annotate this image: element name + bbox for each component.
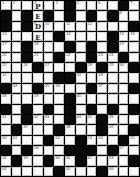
clue-number: 18 xyxy=(34,42,38,46)
white-cell[interactable]: 38 xyxy=(1,94,11,103)
white-cell[interactable] xyxy=(119,73,129,82)
black-cell xyxy=(87,11,97,20)
clue-number: 64 xyxy=(2,167,6,171)
black-cell xyxy=(97,63,107,72)
clue-number: 41 xyxy=(2,115,6,119)
clue-number: 32 xyxy=(77,73,81,77)
white-cell[interactable]: 42 xyxy=(33,115,43,124)
white-cell[interactable]: 17 xyxy=(1,42,11,51)
white-cell[interactable] xyxy=(97,11,107,20)
black-cell xyxy=(108,42,118,51)
clue-number: 58 xyxy=(2,156,6,160)
white-cell[interactable] xyxy=(129,42,139,51)
white-cell[interactable] xyxy=(33,136,43,145)
clue-number: 36 xyxy=(55,84,59,88)
black-cell xyxy=(65,1,75,10)
white-cell[interactable] xyxy=(22,1,32,10)
white-cell[interactable]: 30 xyxy=(119,63,129,72)
white-cell[interactable]: 34 xyxy=(12,84,22,93)
white-cell[interactable] xyxy=(108,84,118,93)
white-cell[interactable]: 29 xyxy=(108,63,118,72)
white-cell[interactable] xyxy=(119,105,129,114)
clue-number: 16 xyxy=(130,32,134,36)
white-cell[interactable] xyxy=(12,42,22,51)
clue-number: 43 xyxy=(45,115,49,119)
white-cell[interactable] xyxy=(76,105,86,114)
white-cell[interactable]: 10 xyxy=(44,22,54,31)
white-cell[interactable]: 12 xyxy=(87,22,97,31)
white-cell[interactable] xyxy=(119,22,129,31)
white-cell[interactable]: 53 xyxy=(87,136,97,145)
black-cell xyxy=(65,42,75,51)
white-cell[interactable] xyxy=(54,105,64,114)
white-cell[interactable]: 1 xyxy=(1,1,11,10)
white-cell[interactable]: 19 xyxy=(119,42,129,51)
white-cell[interactable] xyxy=(44,1,54,10)
white-cell[interactable] xyxy=(22,167,32,176)
white-cell[interactable]: 24 xyxy=(108,53,118,62)
clue-number: 22 xyxy=(66,53,70,57)
white-cell[interactable] xyxy=(44,125,54,134)
white-cell[interactable]: 56 xyxy=(33,146,43,155)
clue-number: 20 xyxy=(2,53,6,57)
white-cell[interactable]: 50 xyxy=(1,136,11,145)
black-cell xyxy=(76,63,86,72)
entered-letter: E xyxy=(33,33,43,41)
white-cell[interactable]: 7 xyxy=(129,1,139,10)
white-cell[interactable] xyxy=(76,42,86,51)
white-cell[interactable]: 25 xyxy=(1,63,11,72)
clue-number: 60 xyxy=(55,156,59,160)
black-cell xyxy=(22,22,32,31)
entered-letter: E xyxy=(33,12,43,20)
white-cell[interactable]: 8 xyxy=(119,11,129,20)
clue-number: 42 xyxy=(34,115,38,119)
white-cell[interactable] xyxy=(119,94,129,103)
black-cell xyxy=(54,53,64,62)
white-cell[interactable]: 39 xyxy=(33,94,43,103)
white-cell[interactable]: 57 xyxy=(119,146,129,155)
black-cell xyxy=(87,146,97,155)
white-cell[interactable]: 65 xyxy=(65,167,75,176)
clue-number: 51 xyxy=(13,136,17,140)
black-cell xyxy=(129,84,139,93)
clue-number: 40 xyxy=(77,94,81,98)
white-cell[interactable] xyxy=(33,125,43,134)
white-cell[interactable] xyxy=(87,167,97,176)
white-cell[interactable] xyxy=(12,73,22,82)
white-cell[interactable] xyxy=(22,32,32,41)
white-cell[interactable] xyxy=(97,94,107,103)
black-cell xyxy=(65,73,75,82)
white-cell[interactable]: 33 xyxy=(97,73,107,82)
white-cell[interactable] xyxy=(33,73,43,82)
white-cell[interactable] xyxy=(97,22,107,31)
white-cell[interactable] xyxy=(119,125,129,134)
black-cell xyxy=(129,125,139,134)
white-cell[interactable]: 32 xyxy=(76,73,86,82)
white-cell[interactable]: 41 xyxy=(1,115,11,124)
clue-number: 63 xyxy=(109,156,113,160)
clue-number: 11 xyxy=(66,22,70,26)
white-cell[interactable] xyxy=(119,156,129,165)
black-cell xyxy=(108,105,118,114)
black-cell xyxy=(65,146,75,155)
clue-number: 8 xyxy=(120,11,122,15)
white-cell[interactable] xyxy=(54,94,64,103)
clue-number: 25 xyxy=(2,63,6,67)
clue-number: 35 xyxy=(45,84,49,88)
white-cell[interactable]: 49 xyxy=(108,125,118,134)
white-cell[interactable] xyxy=(22,136,32,145)
white-cell[interactable] xyxy=(119,115,129,124)
black-cell xyxy=(76,146,86,155)
white-cell[interactable] xyxy=(108,1,118,10)
black-cell xyxy=(97,125,107,134)
white-cell[interactable] xyxy=(44,146,54,155)
clue-number: 55 xyxy=(130,136,134,140)
clue-number: 44 xyxy=(77,115,81,119)
clue-number: 50 xyxy=(2,136,6,140)
white-cell[interactable]: 45 xyxy=(87,115,97,124)
white-cell[interactable]: 15 xyxy=(119,32,129,41)
white-cell[interactable] xyxy=(76,167,86,176)
clue-number: 17 xyxy=(2,42,6,46)
white-cell[interactable] xyxy=(87,94,97,103)
white-cell[interactable] xyxy=(22,94,32,103)
black-cell xyxy=(76,156,86,165)
clue-number: 45 xyxy=(88,115,92,119)
black-cell xyxy=(1,105,11,114)
clue-number: 26 xyxy=(23,63,27,67)
white-cell[interactable] xyxy=(129,73,139,82)
white-cell[interactable] xyxy=(76,125,86,134)
white-cell[interactable]: 13 xyxy=(1,32,11,41)
black-cell xyxy=(87,53,97,62)
clue-number: 27 xyxy=(45,63,49,67)
white-cell[interactable] xyxy=(12,94,22,103)
black-cell xyxy=(1,84,11,93)
clue-number: 13 xyxy=(2,32,6,36)
white-cell[interactable] xyxy=(129,167,139,176)
black-cell xyxy=(87,42,97,51)
white-cell[interactable] xyxy=(97,156,107,165)
white-cell[interactable] xyxy=(12,105,22,114)
white-cell[interactable] xyxy=(22,73,32,82)
white-cell[interactable] xyxy=(76,11,86,20)
clue-number: 28 xyxy=(88,63,92,67)
white-cell[interactable]: 31 xyxy=(1,73,11,82)
white-cell[interactable] xyxy=(129,94,139,103)
white-cell[interactable]: 40 xyxy=(76,94,86,103)
clue-number: 19 xyxy=(120,42,124,46)
white-cell[interactable] xyxy=(54,42,64,51)
white-cell[interactable] xyxy=(87,73,97,82)
clue-number: 29 xyxy=(109,63,113,67)
white-cell[interactable] xyxy=(12,11,22,20)
white-cell[interactable] xyxy=(12,63,22,72)
white-cell[interactable] xyxy=(22,84,32,93)
white-cell[interactable]: 46 xyxy=(108,115,118,124)
white-cell[interactable] xyxy=(44,94,54,103)
white-cell[interactable]: 23 xyxy=(97,53,107,62)
black-cell xyxy=(12,125,22,134)
black-cell xyxy=(54,167,64,176)
white-cell[interactable] xyxy=(87,32,97,41)
white-cell[interactable] xyxy=(54,146,64,155)
clue-number: 66 xyxy=(109,167,113,171)
white-cell[interactable] xyxy=(33,105,43,114)
clue-number: 54 xyxy=(98,136,102,140)
white-cell[interactable]: 60 xyxy=(54,156,64,165)
black-cell xyxy=(87,105,97,114)
white-cell[interactable]: 28 xyxy=(87,63,97,72)
crossword-grid: 123P4567E89D10111213E1415161718192021222… xyxy=(0,0,140,177)
clue-number: 14 xyxy=(66,32,70,36)
black-cell xyxy=(1,22,11,31)
white-cell[interactable] xyxy=(54,63,64,72)
black-cell xyxy=(54,125,64,134)
black-cell xyxy=(65,94,75,103)
black-cell xyxy=(119,136,129,145)
white-cell[interactable] xyxy=(119,84,129,93)
white-cell[interactable]: 62 xyxy=(87,156,97,165)
white-cell[interactable] xyxy=(33,167,43,176)
white-cell[interactable]: 9D xyxy=(33,22,43,31)
black-cell xyxy=(33,63,43,72)
clue-number: 53 xyxy=(88,136,92,140)
white-cell[interactable] xyxy=(44,42,54,51)
white-cell[interactable]: 4 xyxy=(54,1,64,10)
black-cell xyxy=(22,146,32,155)
white-cell[interactable]: 11 xyxy=(65,22,75,31)
white-cell[interactable] xyxy=(129,11,139,20)
clue-number: 56 xyxy=(34,146,38,150)
clue-number: 1 xyxy=(2,1,4,5)
black-cell xyxy=(108,146,118,155)
clue-number: 5 xyxy=(77,1,79,5)
clue-number: 61 xyxy=(66,156,70,160)
black-cell xyxy=(22,53,32,62)
entered-letter: D xyxy=(33,23,43,31)
clue-number: 37 xyxy=(98,84,102,88)
entered-letter: P xyxy=(33,2,43,10)
white-cell[interactable]: 44 xyxy=(76,115,86,124)
white-cell[interactable]: 55 xyxy=(129,136,139,145)
white-cell[interactable] xyxy=(65,84,75,93)
clue-number: 49 xyxy=(109,125,113,129)
white-cell[interactable] xyxy=(54,115,64,124)
white-cell[interactable] xyxy=(129,115,139,124)
white-cell[interactable] xyxy=(87,125,97,134)
white-cell[interactable]: 22 xyxy=(65,53,75,62)
white-cell[interactable]: 48 xyxy=(65,125,75,134)
clue-number: 59 xyxy=(23,156,27,160)
clue-number: 38 xyxy=(2,94,6,98)
clue-number: 7 xyxy=(130,1,132,5)
white-cell[interactable]: 54 xyxy=(97,136,107,145)
white-cell[interactable] xyxy=(108,73,118,82)
white-cell[interactable]: 6 xyxy=(97,1,107,10)
white-cell[interactable]: 35 xyxy=(44,84,54,93)
white-cell[interactable]: 26 xyxy=(22,63,32,72)
white-cell[interactable] xyxy=(12,115,22,124)
black-cell xyxy=(1,11,11,20)
clue-number: 4 xyxy=(55,1,57,5)
white-cell[interactable] xyxy=(108,22,118,31)
white-cell[interactable] xyxy=(76,32,86,41)
clue-number: 39 xyxy=(34,94,38,98)
white-cell[interactable] xyxy=(97,105,107,114)
white-cell[interactable] xyxy=(129,146,139,155)
black-cell xyxy=(12,156,22,165)
clue-number: 10 xyxy=(45,22,49,26)
black-cell xyxy=(119,53,129,62)
white-cell[interactable]: 18 xyxy=(33,42,43,51)
white-cell[interactable] xyxy=(65,136,75,145)
white-cell[interactable] xyxy=(97,146,107,155)
black-cell xyxy=(129,63,139,72)
white-cell[interactable]: 63 xyxy=(108,156,118,165)
clue-number: 21 xyxy=(34,53,38,57)
clue-number: 24 xyxy=(109,53,113,57)
black-cell xyxy=(44,156,54,165)
white-cell[interactable] xyxy=(108,94,118,103)
clue-number: 48 xyxy=(66,125,70,129)
black-cell xyxy=(44,136,54,145)
clue-number: 62 xyxy=(88,156,92,160)
clue-number: 34 xyxy=(13,84,17,88)
black-cell xyxy=(22,11,32,20)
white-cell[interactable]: 5 xyxy=(76,1,86,10)
clue-number: 12 xyxy=(88,22,92,26)
white-cell[interactable] xyxy=(12,146,22,155)
white-cell[interactable] xyxy=(76,53,86,62)
clue-number: 31 xyxy=(2,73,6,77)
white-cell[interactable]: 2 xyxy=(12,1,22,10)
white-cell[interactable]: 66 xyxy=(108,167,118,176)
white-cell[interactable] xyxy=(76,22,86,31)
clue-number: 6 xyxy=(98,1,100,5)
black-cell xyxy=(129,105,139,114)
black-cell xyxy=(65,11,75,20)
white-cell[interactable]: 16 xyxy=(129,32,139,41)
white-cell[interactable] xyxy=(65,63,75,72)
black-cell xyxy=(97,115,107,124)
white-cell[interactable]: E xyxy=(33,32,43,41)
white-cell[interactable]: 27 xyxy=(44,63,54,72)
white-cell[interactable] xyxy=(97,32,107,41)
black-cell xyxy=(22,42,32,51)
white-cell[interactable] xyxy=(54,11,64,20)
white-cell[interactable] xyxy=(12,22,22,31)
white-cell[interactable]: E xyxy=(33,11,43,20)
white-cell[interactable] xyxy=(129,53,139,62)
black-cell xyxy=(54,73,64,82)
black-cell xyxy=(129,22,139,31)
black-cell xyxy=(22,105,32,114)
white-cell[interactable]: 47 xyxy=(22,125,32,134)
white-cell[interactable]: 52 xyxy=(54,136,64,145)
clue-number: 65 xyxy=(66,167,70,171)
black-cell xyxy=(87,84,97,93)
white-cell[interactable] xyxy=(44,167,54,176)
white-cell[interactable]: 36 xyxy=(54,84,64,93)
white-cell[interactable]: 59 xyxy=(22,156,32,165)
clue-number: 15 xyxy=(120,32,124,36)
black-cell xyxy=(1,146,11,155)
black-cell xyxy=(54,32,64,41)
white-cell[interactable]: 14 xyxy=(65,32,75,41)
white-cell[interactable] xyxy=(12,32,22,41)
white-cell[interactable] xyxy=(33,156,43,165)
white-cell[interactable]: 58 xyxy=(1,156,11,165)
white-cell[interactable] xyxy=(97,42,107,51)
white-cell[interactable]: 3P xyxy=(33,1,43,10)
clue-number: 30 xyxy=(120,63,124,67)
white-cell[interactable]: 43 xyxy=(44,115,54,124)
black-cell xyxy=(65,115,75,124)
white-cell[interactable]: 37 xyxy=(97,84,107,93)
white-cell[interactable] xyxy=(44,73,54,82)
white-cell[interactable]: 61 xyxy=(65,156,75,165)
black-cell xyxy=(76,136,86,145)
white-cell[interactable] xyxy=(12,167,22,176)
clue-number: 33 xyxy=(98,73,102,77)
white-cell[interactable] xyxy=(44,32,54,41)
white-cell[interactable]: 64 xyxy=(1,167,11,176)
white-cell[interactable] xyxy=(87,1,97,10)
black-cell xyxy=(108,32,118,41)
white-cell[interactable] xyxy=(119,167,129,176)
black-cell xyxy=(33,84,43,93)
clue-number: 2 xyxy=(13,1,15,5)
white-cell[interactable] xyxy=(12,53,22,62)
white-cell[interactable] xyxy=(76,84,86,93)
black-cell xyxy=(119,1,129,10)
white-cell[interactable] xyxy=(1,125,11,134)
white-cell[interactable] xyxy=(44,53,54,62)
clue-number: 23 xyxy=(98,53,102,57)
black-cell xyxy=(108,11,118,20)
white-cell[interactable]: 51 xyxy=(12,136,22,145)
clue-number: 47 xyxy=(23,125,27,129)
clue-number: 52 xyxy=(55,136,59,140)
white-cell[interactable] xyxy=(108,136,118,145)
black-cell xyxy=(22,115,32,124)
black-cell xyxy=(129,156,139,165)
black-cell xyxy=(44,105,54,114)
white-cell[interactable]: 20 xyxy=(1,53,11,62)
clue-number: 57 xyxy=(120,146,124,150)
white-cell[interactable] xyxy=(54,22,64,31)
white-cell[interactable]: 21 xyxy=(33,53,43,62)
black-cell xyxy=(65,105,75,114)
black-cell xyxy=(44,11,54,20)
black-cell xyxy=(97,167,107,176)
clue-number: 46 xyxy=(109,115,113,119)
